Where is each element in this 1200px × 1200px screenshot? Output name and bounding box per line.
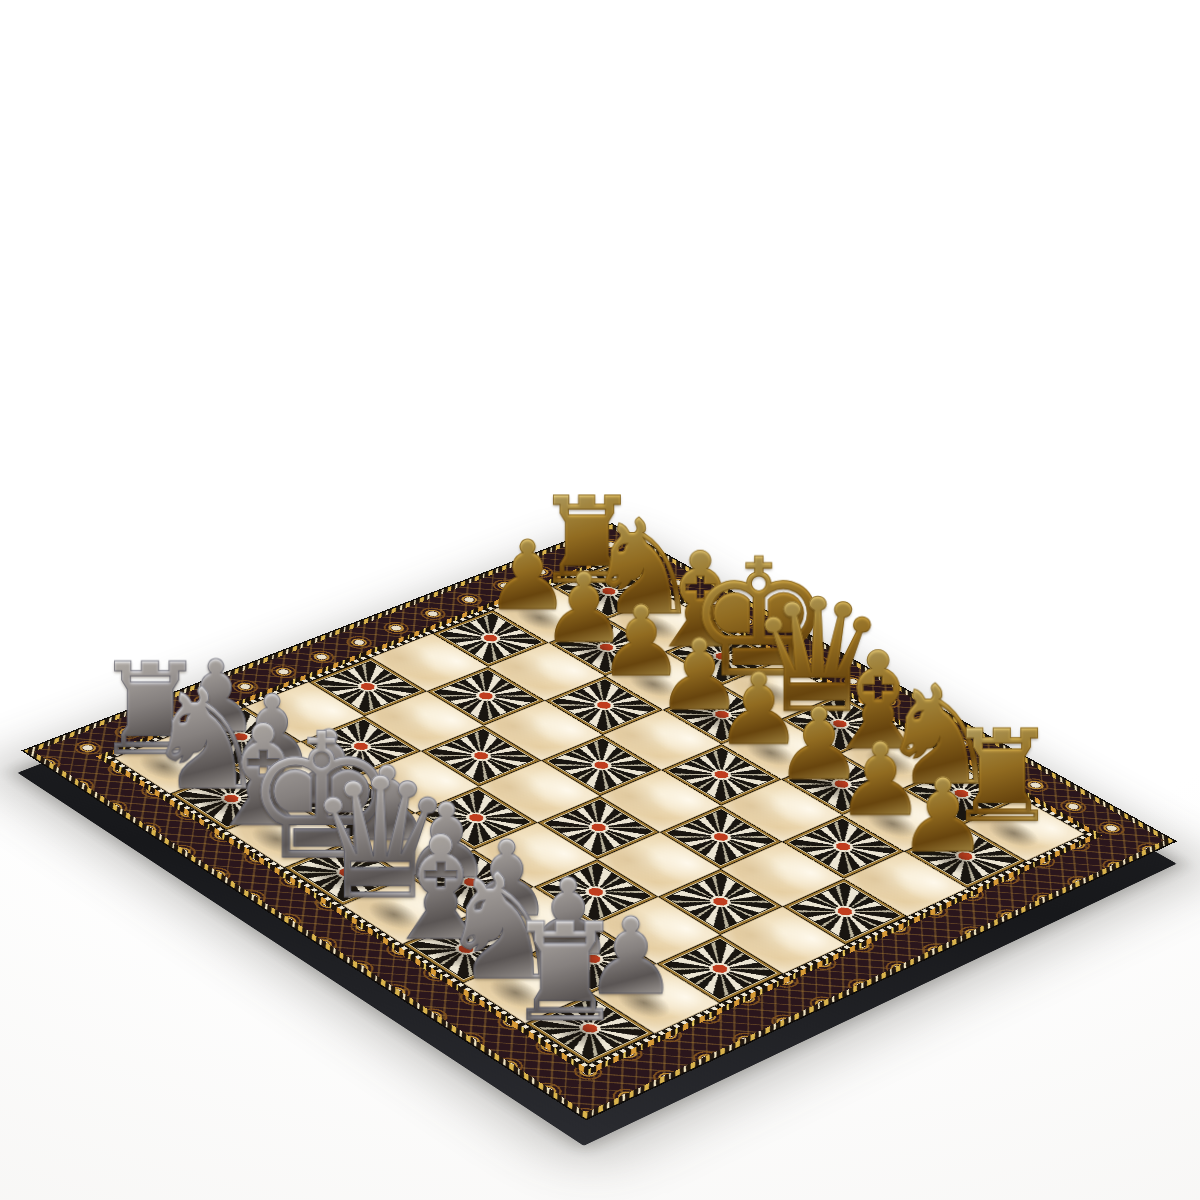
chess-board: ♜♞♝♚♛♝♞♜♟♟♟♟♟♟♟♟♟♟♟♟♟♟♟♟♜♞♝♚♛♝♞♜ <box>24 524 1174 1118</box>
rook-glyph: ♜ <box>504 909 625 1037</box>
product-photo: ♜♞♝♚♛♝♞♜♟♟♟♟♟♟♟♟♟♟♟♟♟♟♟♟♜♞♝♚♛♝♞♜ <box>0 0 1200 1200</box>
board-medallion-border: ♜♞♝♚♛♝♞♜♟♟♟♟♟♟♟♟♟♟♟♟♟♟♟♟♜♞♝♚♛♝♞♜ <box>34 528 1164 1112</box>
square-a1[interactable]: ♜ <box>525 993 654 1064</box>
board-gold-inlay-line: ♜♞♝♚♛♝♞♜♟♟♟♟♟♟♟♟♟♟♟♟♟♟♟♟♜♞♝♚♛♝♞♜ <box>96 555 1102 1074</box>
pawn-glyph: ♟ <box>897 767 988 863</box>
board-checker-inlay-line: ♜♞♝♚♛♝♞♜♟♟♟♟♟♟♟♟♟♟♟♟♟♟♟♟♜♞♝♚♛♝♞♜ <box>106 560 1093 1069</box>
board-outer-rim-mosaic: ♜♞♝♚♛♝♞♜♟♟♟♟♟♟♟♟♟♟♟♟♟♟♟♟♜♞♝♚♛♝♞♜ <box>24 524 1174 1118</box>
square-a7[interactable]: ♟ <box>904 824 1026 888</box>
piece-gold-pawn-a7[interactable]: ♟ <box>859 767 1027 863</box>
board-grid: ♜♞♝♚♛♝♞♜♟♟♟♟♟♟♟♟♟♟♟♟♟♟♟♟♜♞♝♚♛♝♞♜ <box>114 564 1084 1064</box>
perspective-wrapper: ♜♞♝♚♛♝♞♜♟♟♟♟♟♟♟♟♟♟♟♟♟♟♟♟♜♞♝♚♛♝♞♜ <box>0 0 1200 1200</box>
piece-silver-rook-a1[interactable]: ♜ <box>476 909 654 1037</box>
